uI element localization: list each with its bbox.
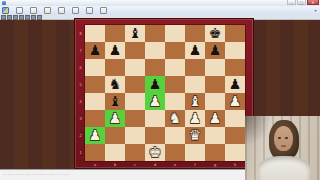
toolbar-board-icon[interactable]	[72, 7, 79, 14]
app-window-icon	[2, 1, 6, 5]
rank-label-3: 3	[78, 110, 83, 127]
square-d5[interactable]: ♟	[145, 76, 165, 93]
rank-labels: 87654321	[75, 25, 85, 161]
minimize-button[interactable]: –	[287, 0, 296, 5]
square-b1[interactable]	[105, 144, 125, 161]
application-window: – ▢ ✕ ▾ ··· ····· ······· ····· ········…	[0, 0, 320, 180]
square-d6[interactable]	[145, 59, 165, 76]
rank-label-1: 1	[78, 144, 83, 161]
black-pawn[interactable]: ♟	[205, 42, 225, 59]
square-g6[interactable]	[205, 59, 225, 76]
toolbar-board-icon[interactable]	[86, 7, 93, 14]
rank-label-5: 5	[78, 76, 83, 93]
chess-board[interactable]: ♝♚♟♟♟♟♞♟♟♝♟♝♟♟♞♟♟♟♛♚	[85, 25, 245, 161]
black-knight[interactable]: ♞	[105, 76, 125, 93]
toolbar-icons	[2, 7, 107, 14]
file-label-c: c	[125, 162, 145, 167]
black-pawn[interactable]: ♟	[185, 42, 205, 59]
square-c5[interactable]	[125, 76, 145, 93]
white-pawn[interactable]: ♟	[85, 127, 105, 144]
rank-label-6: 6	[78, 59, 83, 76]
square-g2[interactable]	[205, 127, 225, 144]
file-label-g: g	[205, 162, 225, 167]
white-pawn[interactable]: ♟	[105, 110, 125, 127]
toolbar-board-icon[interactable]	[44, 7, 51, 14]
square-a4[interactable]	[85, 93, 105, 110]
white-queen[interactable]: ♛	[185, 127, 205, 144]
square-e6[interactable]	[165, 59, 185, 76]
presenter-right-eye	[285, 137, 288, 139]
file-label-e: e	[165, 162, 185, 167]
square-d3[interactable]	[145, 110, 165, 127]
white-pawn[interactable]: ♟	[205, 110, 225, 127]
square-h2[interactable]	[225, 127, 245, 144]
square-f1[interactable]	[185, 144, 205, 161]
square-e5[interactable]	[165, 76, 185, 93]
square-h1[interactable]	[225, 144, 245, 161]
black-pawn[interactable]: ♟	[145, 76, 165, 93]
file-labels: abcdefgh	[85, 161, 245, 168]
square-h7[interactable]	[225, 42, 245, 59]
square-d4[interactable]: ♟	[145, 93, 165, 110]
chess-board-frame: 87654321 ♝♚♟♟♟♟♞♟♟♝♟♝♟♟♞♟♟♟♛♚ abcdefgh	[75, 19, 253, 168]
square-a8[interactable]	[85, 25, 105, 42]
square-h6[interactable]	[225, 59, 245, 76]
square-g3[interactable]: ♟	[205, 110, 225, 127]
square-b3[interactable]: ♟	[105, 110, 125, 127]
white-knight[interactable]: ♞	[165, 110, 185, 127]
square-h8[interactable]	[225, 25, 245, 42]
app-icon[interactable]	[2, 7, 9, 14]
square-c4[interactable]	[125, 93, 145, 110]
toolbar-overflow-icon[interactable]: ▾	[313, 8, 318, 13]
square-f5[interactable]	[185, 76, 205, 93]
square-e3[interactable]: ♞	[165, 110, 185, 127]
square-a2[interactable]: ♟	[85, 127, 105, 144]
square-c8[interactable]: ♝	[125, 25, 145, 42]
rank-label-4: 4	[78, 93, 83, 110]
square-g4[interactable]	[205, 93, 225, 110]
square-e1[interactable]	[165, 144, 185, 161]
square-c6[interactable]	[125, 59, 145, 76]
toolbar-board-icon[interactable]	[100, 7, 107, 14]
webcam-overlay	[245, 116, 320, 180]
square-h4[interactable]: ♟	[225, 93, 245, 110]
square-b7[interactable]: ♟	[105, 42, 125, 59]
square-g8[interactable]: ♚	[205, 25, 225, 42]
toolbar-board-icon[interactable]	[16, 7, 23, 14]
rank-label-2: 2	[78, 127, 83, 144]
square-b6[interactable]	[105, 59, 125, 76]
square-f6[interactable]	[185, 59, 205, 76]
square-e7[interactable]	[165, 42, 185, 59]
black-king[interactable]: ♚	[205, 25, 225, 42]
square-d8[interactable]	[145, 25, 165, 42]
square-b5[interactable]: ♞	[105, 76, 125, 93]
file-label-b: b	[105, 162, 125, 167]
close-button[interactable]: ✕	[307, 0, 319, 5]
presenter-left-eye	[278, 137, 281, 139]
square-f8[interactable]	[185, 25, 205, 42]
black-bishop[interactable]: ♝	[125, 25, 145, 42]
white-king[interactable]: ♚	[145, 144, 165, 161]
rank-label-7: 7	[78, 42, 83, 59]
black-pawn[interactable]: ♟	[105, 42, 125, 59]
square-e2[interactable]	[165, 127, 185, 144]
square-d2[interactable]	[145, 127, 165, 144]
square-h3[interactable]	[225, 110, 245, 127]
square-c1[interactable]	[125, 144, 145, 161]
square-f7[interactable]: ♟	[185, 42, 205, 59]
file-label-a: a	[85, 162, 105, 167]
square-c3[interactable]	[125, 110, 145, 127]
presenter-mouth	[281, 145, 286, 147]
square-g5[interactable]	[205, 76, 225, 93]
toolbar-board-icon[interactable]	[58, 7, 65, 14]
square-b4[interactable]: ♝	[105, 93, 125, 110]
presenter-shirt	[258, 156, 310, 180]
square-e4[interactable]	[165, 93, 185, 110]
presenter-face	[274, 126, 293, 151]
square-a7[interactable]: ♟	[85, 42, 105, 59]
file-label-h: h	[225, 162, 245, 167]
white-pawn[interactable]: ♟	[225, 93, 245, 110]
square-h5[interactable]: ♟	[225, 76, 245, 93]
file-label-d: d	[145, 162, 165, 167]
square-b2[interactable]	[105, 127, 125, 144]
square-d7[interactable]	[145, 42, 165, 59]
black-pawn[interactable]: ♟	[225, 76, 245, 93]
square-g7[interactable]: ♟	[205, 42, 225, 59]
webcam-shadow	[245, 116, 271, 146]
square-e8[interactable]	[165, 25, 185, 42]
white-pawn[interactable]: ♟	[145, 93, 165, 110]
white-bishop[interactable]: ♝	[185, 93, 205, 110]
square-f2[interactable]: ♛	[185, 127, 205, 144]
square-a5[interactable]	[85, 76, 105, 93]
rank-label-8: 8	[78, 25, 83, 42]
status-text: ··· ····· ······· ····· ··········· ····…	[3, 172, 70, 177]
maximize-button[interactable]: ▢	[297, 0, 306, 5]
file-label-f: f	[185, 162, 205, 167]
square-c2[interactable]	[125, 127, 145, 144]
square-c7[interactable]	[125, 42, 145, 59]
square-a6[interactable]	[85, 59, 105, 76]
black-pawn[interactable]: ♟	[85, 42, 105, 59]
square-b8[interactable]	[105, 25, 125, 42]
toolbar-board-icon[interactable]	[30, 7, 37, 14]
square-f3[interactable]: ♟	[185, 110, 205, 127]
square-f4[interactable]: ♝	[185, 93, 205, 110]
white-pawn[interactable]: ♟	[185, 110, 205, 127]
square-a3[interactable]	[85, 110, 105, 127]
square-d1[interactable]: ♚	[145, 144, 165, 161]
square-g1[interactable]	[205, 144, 225, 161]
square-a1[interactable]	[85, 144, 105, 161]
black-bishop[interactable]: ♝	[105, 93, 125, 110]
